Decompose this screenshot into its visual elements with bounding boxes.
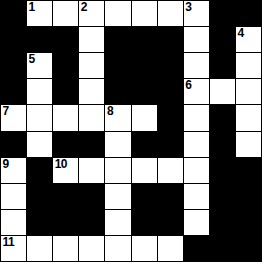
block-cell-r1c2 bbox=[53, 27, 78, 52]
cell-r0c1[interactable]: 1 bbox=[27, 1, 52, 26]
cell-r6c0[interactable]: 9 bbox=[1, 158, 26, 183]
block-cell-r7c8 bbox=[210, 184, 235, 209]
cell-r8c0[interactable] bbox=[1, 210, 26, 235]
block-cell-r5c3 bbox=[79, 132, 104, 157]
clue-number-3: 3 bbox=[185, 1, 191, 13]
block-cell-r7c5 bbox=[132, 184, 157, 209]
block-cell-r8c3 bbox=[79, 210, 104, 235]
cell-r2c9[interactable] bbox=[236, 53, 261, 78]
block-cell-r9c9 bbox=[236, 236, 261, 261]
cell-r4c4[interactable]: 8 bbox=[105, 105, 130, 130]
block-cell-r1c1 bbox=[27, 27, 52, 52]
block-cell-r2c4 bbox=[105, 53, 130, 78]
cell-r5c7[interactable] bbox=[184, 132, 209, 157]
clue-number-6: 6 bbox=[185, 79, 191, 91]
block-cell-r2c8 bbox=[210, 53, 235, 78]
block-cell-r8c8 bbox=[210, 210, 235, 235]
block-cell-r0c9 bbox=[236, 1, 261, 26]
cell-r4c1[interactable] bbox=[27, 105, 52, 130]
block-cell-r9c8 bbox=[210, 236, 235, 261]
block-cell-r5c0 bbox=[1, 132, 26, 157]
block-cell-r7c9 bbox=[236, 184, 261, 209]
clue-number-2: 2 bbox=[81, 1, 87, 13]
block-cell-r9c7 bbox=[184, 236, 209, 261]
cell-r8c4[interactable] bbox=[105, 210, 130, 235]
crossword-grid: 1234567891011 bbox=[1, 1, 261, 261]
cell-r7c7[interactable] bbox=[184, 184, 209, 209]
block-cell-r6c8 bbox=[210, 158, 235, 183]
block-cell-r8c5 bbox=[132, 210, 157, 235]
cell-r3c9[interactable] bbox=[236, 79, 261, 104]
clue-number-10: 10 bbox=[55, 158, 67, 170]
block-cell-r2c0 bbox=[1, 53, 26, 78]
cell-r5c4[interactable] bbox=[105, 132, 130, 157]
block-cell-r8c1 bbox=[27, 210, 52, 235]
cell-r7c4[interactable] bbox=[105, 184, 130, 209]
cell-r3c3[interactable] bbox=[79, 79, 104, 104]
block-cell-r1c6 bbox=[158, 27, 183, 52]
block-cell-r1c8 bbox=[210, 27, 235, 52]
block-cell-r2c2 bbox=[53, 53, 78, 78]
block-cell-r8c2 bbox=[53, 210, 78, 235]
cell-r3c1[interactable] bbox=[27, 79, 52, 104]
block-cell-r5c5 bbox=[132, 132, 157, 157]
cell-r9c0[interactable]: 11 bbox=[1, 236, 26, 261]
cell-r9c2[interactable] bbox=[53, 236, 78, 261]
block-cell-r0c8 bbox=[210, 1, 235, 26]
clue-number-5: 5 bbox=[29, 53, 35, 65]
block-cell-r3c0 bbox=[1, 79, 26, 104]
cell-r0c7[interactable]: 3 bbox=[184, 1, 209, 26]
block-cell-r5c8 bbox=[210, 132, 235, 157]
block-cell-r7c2 bbox=[53, 184, 78, 209]
crossword-board: 1234567891011 bbox=[0, 0, 262, 262]
block-cell-r5c6 bbox=[158, 132, 183, 157]
clue-number-11: 11 bbox=[3, 236, 15, 248]
block-cell-r2c6 bbox=[158, 53, 183, 78]
cell-r4c0[interactable]: 7 bbox=[1, 105, 26, 130]
cell-r6c6[interactable] bbox=[158, 158, 183, 183]
cell-r0c2[interactable] bbox=[53, 1, 78, 26]
block-cell-r1c4 bbox=[105, 27, 130, 52]
block-cell-r4c8 bbox=[210, 105, 235, 130]
block-cell-r7c6 bbox=[158, 184, 183, 209]
cell-r0c6[interactable] bbox=[158, 1, 183, 26]
cell-r3c7[interactable]: 6 bbox=[184, 79, 209, 104]
cell-r6c3[interactable] bbox=[79, 158, 104, 183]
cell-r9c4[interactable] bbox=[105, 236, 130, 261]
cell-r9c5[interactable] bbox=[132, 236, 157, 261]
block-cell-r8c6 bbox=[158, 210, 183, 235]
cell-r5c9[interactable] bbox=[236, 132, 261, 157]
cell-r5c1[interactable] bbox=[27, 132, 52, 157]
clue-number-9: 9 bbox=[3, 158, 9, 170]
block-cell-r3c2 bbox=[53, 79, 78, 104]
cell-r4c3[interactable] bbox=[79, 105, 104, 130]
block-cell-r3c6 bbox=[158, 79, 183, 104]
cell-r2c1[interactable]: 5 bbox=[27, 53, 52, 78]
cell-r1c9[interactable]: 4 bbox=[236, 27, 261, 52]
cell-r1c3[interactable] bbox=[79, 27, 104, 52]
clue-number-1: 1 bbox=[29, 1, 35, 13]
cell-r4c9[interactable] bbox=[236, 105, 261, 130]
block-cell-r1c0 bbox=[1, 27, 26, 52]
block-cell-r2c5 bbox=[132, 53, 157, 78]
block-cell-r7c3 bbox=[79, 184, 104, 209]
cell-r0c4[interactable] bbox=[105, 1, 130, 26]
block-cell-r6c1 bbox=[27, 158, 52, 183]
cell-r6c7[interactable] bbox=[184, 158, 209, 183]
block-cell-r1c5 bbox=[132, 27, 157, 52]
clue-number-4: 4 bbox=[237, 27, 243, 39]
block-cell-r5c2 bbox=[53, 132, 78, 157]
block-cell-r3c4 bbox=[105, 79, 130, 104]
cell-r4c2[interactable] bbox=[53, 105, 78, 130]
cell-r2c7[interactable] bbox=[184, 53, 209, 78]
cell-r1c7[interactable] bbox=[184, 27, 209, 52]
cell-r3c8[interactable] bbox=[210, 79, 235, 104]
cell-r6c2[interactable]: 10 bbox=[53, 158, 78, 183]
block-cell-r7c1 bbox=[27, 184, 52, 209]
cell-r9c3[interactable] bbox=[79, 236, 104, 261]
block-cell-r0c0 bbox=[1, 1, 26, 26]
cell-r2c3[interactable] bbox=[79, 53, 104, 78]
block-cell-r3c5 bbox=[132, 79, 157, 104]
clue-number-8: 8 bbox=[107, 105, 113, 117]
block-cell-r4c6 bbox=[158, 105, 183, 130]
cell-r6c4[interactable] bbox=[105, 158, 130, 183]
clue-number-7: 7 bbox=[3, 105, 9, 117]
cell-r7c0[interactable] bbox=[1, 184, 26, 209]
cell-r4c7[interactable] bbox=[184, 105, 209, 130]
cell-r9c1[interactable] bbox=[27, 236, 52, 261]
cell-r9c6[interactable] bbox=[158, 236, 183, 261]
cell-r0c3[interactable]: 2 bbox=[79, 1, 104, 26]
cell-r6c5[interactable] bbox=[132, 158, 157, 183]
cell-r0c5[interactable] bbox=[132, 1, 157, 26]
block-cell-r8c9 bbox=[236, 210, 261, 235]
cell-r8c7[interactable] bbox=[184, 210, 209, 235]
block-cell-r6c9 bbox=[236, 158, 261, 183]
cell-r4c5[interactable] bbox=[132, 105, 157, 130]
